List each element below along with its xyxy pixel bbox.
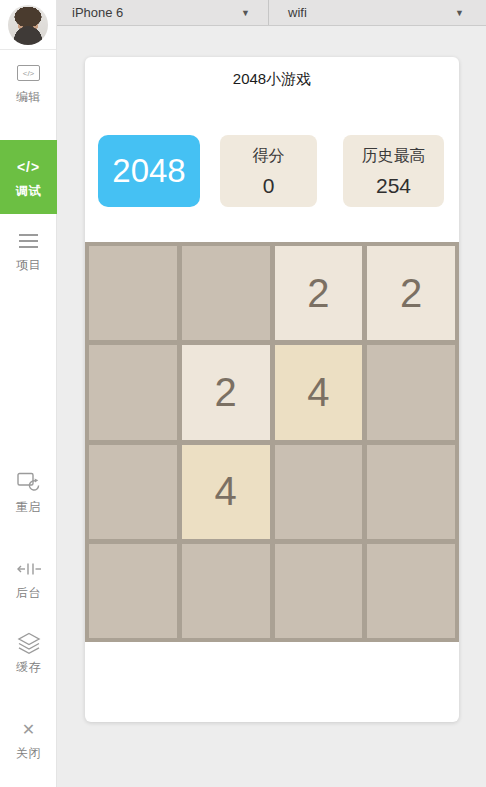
empty-cell-r3c1 [89,445,177,539]
empty-cell-r4c1 [89,544,177,638]
sidebar-item-cache[interactable]: 缓存 [0,632,57,676]
network-selector[interactable]: wifi ▼ [268,0,486,25]
empty-cell-r1c1 [89,246,177,340]
device-toolbar: iPhone 6 ▼ wifi ▼ [57,0,486,26]
avatar[interactable] [8,5,48,45]
sidebar-item-restart[interactable]: 重启 [0,472,57,516]
network-selector-value: wifi [288,5,307,20]
sidebar-item-background[interactable]: 后台 [0,558,57,602]
tile-4-r2c3: 4 [275,345,363,439]
empty-cell-r3c3 [275,445,363,539]
best-score-value: 254 [376,174,411,198]
tile-2-r1c4: 2 [367,246,455,340]
debug-code-icon: </> [17,156,40,178]
sidebar-item-label: 编辑 [16,89,41,106]
game-board-2048[interactable]: 22244 [85,242,459,642]
app-preview-card: 2048小游戏 2048 得分 0 历史最高 254 22244 [85,57,459,722]
sidebar-item-label: 后台 [16,585,41,602]
game-logo-tile: 2048 [98,135,200,207]
empty-cell-r3c4 [367,445,455,539]
sidebar-item-label: 重启 [16,499,41,516]
sidebar-item-close[interactable]: ✕ 关闭 [0,718,57,762]
cache-layers-icon [17,632,41,654]
sidebar-item-edit[interactable]: </> 编辑 [0,62,57,106]
score-value: 0 [263,174,275,198]
page-title: 2048小游戏 [85,70,459,89]
tile-2-r2c2: 2 [182,345,270,439]
edit-code-window-icon: </> [17,62,40,84]
device-selector-value: iPhone 6 [72,5,123,20]
empty-cell-r4c2 [182,544,270,638]
sidebar-item-label: 调试 [16,183,41,200]
empty-cell-r4c4 [367,544,455,638]
tile-2-r1c3: 2 [275,246,363,340]
best-score-box: 历史最高 254 [343,135,444,207]
chevron-down-icon: ▼ [455,8,464,18]
empty-cell-r2c1 [89,345,177,439]
tile-4-r3c2: 4 [182,445,270,539]
empty-cell-r2c4 [367,345,455,439]
sidebar-item-debug[interactable]: </> 调试 [0,140,57,214]
empty-cell-r1c2 [182,246,270,340]
sidebar-item-project[interactable]: 项目 [0,230,57,274]
sidebar-item-label: 关闭 [16,745,41,762]
sidebar: </> 编辑 </> 调试 项目 重启 [0,0,57,787]
project-list-icon [19,230,38,252]
send-to-background-icon [16,558,42,580]
sidebar-item-label: 缓存 [16,659,41,676]
restart-refresh-icon [16,472,42,494]
score-box: 得分 0 [220,135,317,207]
avatar-section [0,0,56,50]
device-selector[interactable]: iPhone 6 ▼ [57,0,268,25]
close-icon: ✕ [22,718,35,740]
best-score-label: 历史最高 [362,146,426,167]
score-label: 得分 [253,146,285,167]
sidebar-item-label: 项目 [16,257,41,274]
empty-cell-r4c3 [275,544,363,638]
chevron-down-icon: ▼ [241,8,250,18]
